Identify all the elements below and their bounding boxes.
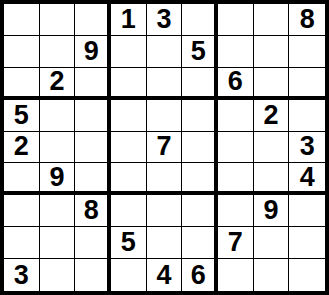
cell-r9c1-given-3[interactable]: 3: [4, 259, 40, 291]
cell-r7c7-empty[interactable]: [218, 195, 254, 227]
cell-r7c1-empty[interactable]: [4, 195, 40, 227]
cell-r6c2-given-9[interactable]: 9: [40, 163, 76, 195]
cell-r5c8-empty[interactable]: [254, 132, 290, 164]
cell-r5c9-given-3[interactable]: 3: [289, 132, 325, 164]
cell-r1c8-empty[interactable]: [254, 4, 290, 36]
cell-r9c6-given-6[interactable]: 6: [182, 259, 218, 291]
cell-r9c4-empty[interactable]: [111, 259, 147, 291]
cell-r9c7-empty[interactable]: [218, 259, 254, 291]
cell-r1c9-given-8[interactable]: 8: [289, 4, 325, 36]
cell-r3c2-given-2[interactable]: 2: [40, 68, 76, 100]
cell-r1c4-given-1[interactable]: 1: [111, 4, 147, 36]
cell-r3c3-empty[interactable]: [75, 68, 111, 100]
cell-r5c6-empty[interactable]: [182, 132, 218, 164]
cell-r6c3-empty[interactable]: [75, 163, 111, 195]
cell-r3c8-empty[interactable]: [254, 68, 290, 100]
cell-r3c9-empty[interactable]: [289, 68, 325, 100]
cell-r9c2-empty[interactable]: [40, 259, 76, 291]
cell-r2c2-empty[interactable]: [40, 36, 76, 68]
cell-r6c1-empty[interactable]: [4, 163, 40, 195]
cell-r6c5-empty[interactable]: [147, 163, 183, 195]
cell-r2c7-empty[interactable]: [218, 36, 254, 68]
cell-r1c1-empty[interactable]: [4, 4, 40, 36]
cell-r8c3-empty[interactable]: [75, 227, 111, 259]
cell-r1c3-empty[interactable]: [75, 4, 111, 36]
cell-r9c8-empty[interactable]: [254, 259, 290, 291]
cell-r2c9-empty[interactable]: [289, 36, 325, 68]
cell-r4c1-given-5[interactable]: 5: [4, 100, 40, 132]
cell-r8c7-given-7[interactable]: 7: [218, 227, 254, 259]
cell-r9c5-given-4[interactable]: 4: [147, 259, 183, 291]
cell-r5c3-empty[interactable]: [75, 132, 111, 164]
cell-r4c4-empty[interactable]: [111, 100, 147, 132]
cell-r5c4-empty[interactable]: [111, 132, 147, 164]
cell-r7c3-given-8[interactable]: 8: [75, 195, 111, 227]
cell-r1c5-given-3[interactable]: 3: [147, 4, 183, 36]
cell-r8c4-given-5[interactable]: 5: [111, 227, 147, 259]
cell-r6c6-empty[interactable]: [182, 163, 218, 195]
cell-r7c6-empty[interactable]: [182, 195, 218, 227]
cell-r8c6-empty[interactable]: [182, 227, 218, 259]
cell-r4c3-empty[interactable]: [75, 100, 111, 132]
cell-r5c1-given-2[interactable]: 2: [4, 132, 40, 164]
cell-r1c6-empty[interactable]: [182, 4, 218, 36]
cell-r5c5-given-7[interactable]: 7: [147, 132, 183, 164]
cell-r7c4-empty[interactable]: [111, 195, 147, 227]
cell-r7c9-empty[interactable]: [289, 195, 325, 227]
cell-r6c8-empty[interactable]: [254, 163, 290, 195]
cell-r7c8-given-9[interactable]: 9: [254, 195, 290, 227]
cell-r5c2-empty[interactable]: [40, 132, 76, 164]
cell-r2c5-empty[interactable]: [147, 36, 183, 68]
cell-r5c7-empty[interactable]: [218, 132, 254, 164]
cell-r8c8-empty[interactable]: [254, 227, 290, 259]
cell-r3c6-empty[interactable]: [182, 68, 218, 100]
cell-r9c3-empty[interactable]: [75, 259, 111, 291]
cell-r8c2-empty[interactable]: [40, 227, 76, 259]
cell-r4c2-empty[interactable]: [40, 100, 76, 132]
cell-r7c2-empty[interactable]: [40, 195, 76, 227]
cell-r7c5-empty[interactable]: [147, 195, 183, 227]
cell-r2c4-empty[interactable]: [111, 36, 147, 68]
cell-r4c5-empty[interactable]: [147, 100, 183, 132]
cell-r4c6-empty[interactable]: [182, 100, 218, 132]
cell-r2c6-given-5[interactable]: 5: [182, 36, 218, 68]
cell-r1c7-empty[interactable]: [218, 4, 254, 36]
cell-r4c8-given-2[interactable]: 2: [254, 100, 290, 132]
cell-r8c5-empty[interactable]: [147, 227, 183, 259]
cell-r6c4-empty[interactable]: [111, 163, 147, 195]
cell-r8c9-empty[interactable]: [289, 227, 325, 259]
cell-r3c4-empty[interactable]: [111, 68, 147, 100]
cell-r2c8-empty[interactable]: [254, 36, 290, 68]
cell-r2c3-given-9[interactable]: 9: [75, 36, 111, 68]
cell-r6c9-given-4[interactable]: 4: [289, 163, 325, 195]
cell-r3c1-empty[interactable]: [4, 68, 40, 100]
cell-r3c5-empty[interactable]: [147, 68, 183, 100]
cell-r2c1-empty[interactable]: [4, 36, 40, 68]
cell-r4c9-empty[interactable]: [289, 100, 325, 132]
cell-r3c7-given-6[interactable]: 6: [218, 68, 254, 100]
sudoku-board: 138952652273948957346: [0, 0, 329, 295]
cell-r4c7-empty[interactable]: [218, 100, 254, 132]
cell-r8c1-empty[interactable]: [4, 227, 40, 259]
cell-r9c9-empty[interactable]: [289, 259, 325, 291]
cell-r6c7-empty[interactable]: [218, 163, 254, 195]
cell-r1c2-empty[interactable]: [40, 4, 76, 36]
